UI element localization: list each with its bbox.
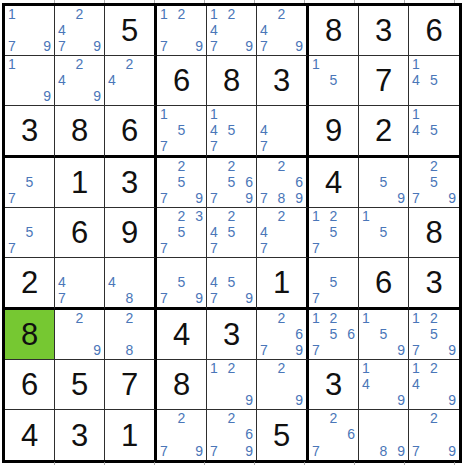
candidate-7: 7: [312, 240, 326, 255]
candidate-4: [362, 427, 376, 443]
candidate-6: [341, 274, 355, 289]
pencil-marks: 2357: [157, 208, 206, 257]
candidate-1: 1: [210, 7, 224, 22]
pencil-marks: 579: [157, 258, 206, 307]
candidate-3: 3: [189, 209, 203, 224]
cell-r7c8[interactable]: 159: [359, 310, 409, 360]
candidate-1: [108, 259, 122, 274]
cell-r1c4[interactable]: 1279: [157, 6, 207, 56]
cell-r2c5[interactable]: 8: [207, 56, 257, 106]
cell-r6c1[interactable]: 2: [5, 258, 55, 310]
candidate-9: 9: [441, 392, 456, 407]
candidate-8: [72, 290, 86, 305]
candidate-1: [160, 411, 174, 427]
candidate-3: [289, 209, 303, 224]
candidate-9: [341, 442, 355, 458]
candidate-9: 9: [37, 38, 51, 53]
cell-r3c8[interactable]: 2: [359, 106, 409, 158]
candidate-9: 9: [391, 392, 405, 407]
cell-r4c3[interactable]: 3: [105, 158, 157, 208]
candidate-5: 5: [224, 122, 238, 137]
candidate-5: 5: [174, 174, 188, 189]
cell-r7c1[interactable]: 8: [5, 310, 55, 360]
pencil-marks: 19: [5, 56, 54, 105]
candidate-7: 7: [160, 38, 174, 53]
candidate-1: [210, 259, 224, 274]
candidate-7: 7: [412, 442, 427, 458]
candidate-6: [37, 224, 51, 239]
candidate-9: [341, 290, 355, 305]
cell-r4c6[interactable]: 26789: [257, 158, 309, 208]
candidate-5: [274, 224, 288, 239]
candidate-8: [174, 442, 188, 458]
candidate-8: [326, 442, 340, 458]
cell-r5c9[interactable]: 8: [409, 208, 459, 258]
candidate-2: 2: [174, 159, 188, 174]
cell-r2c6[interactable]: 3: [257, 56, 309, 106]
cell-r4c8[interactable]: 59: [359, 158, 409, 208]
candidate-2: [174, 107, 188, 122]
candidate-1: 1: [210, 107, 224, 122]
candidate-9: [341, 342, 355, 357]
pencil-marks: 267: [309, 410, 358, 460]
candidate-3: [391, 209, 405, 224]
solved-digit: 1: [121, 420, 138, 451]
cell-r2c7[interactable]: 15: [309, 56, 359, 106]
candidate-9: 9: [239, 392, 253, 407]
candidate-5: 5: [224, 224, 238, 239]
solved-digit: 9: [121, 217, 138, 248]
candidate-3: [289, 107, 303, 122]
solved-digit: 2: [375, 115, 392, 146]
cell-r9c3[interactable]: 1: [105, 410, 157, 460]
candidate-4: 4: [58, 274, 72, 289]
candidate-6: [441, 72, 456, 87]
pencil-marks: 2457: [207, 208, 256, 257]
candidate-6: [87, 326, 101, 341]
candidate-1: 1: [210, 361, 224, 376]
pencil-marks: 2679: [207, 410, 256, 460]
candidate-6: [391, 224, 405, 239]
candidate-5: [376, 427, 390, 443]
candidate-9: 9: [239, 38, 253, 53]
solved-digit: 3: [223, 319, 240, 350]
candidate-2: [376, 361, 390, 376]
candidate-7: 7: [58, 38, 72, 53]
candidate-9: 9: [189, 442, 203, 458]
candidate-7: 7: [8, 240, 22, 255]
candidate-7: 7: [210, 138, 224, 153]
candidate-9: 9: [239, 190, 253, 205]
candidate-8: [427, 88, 442, 103]
candidate-8: [122, 88, 136, 103]
candidate-2: [376, 159, 390, 174]
candidate-6: [189, 122, 203, 137]
candidate-6: [239, 22, 253, 37]
cell-r9c9[interactable]: 279: [409, 410, 459, 460]
cell-r5c5[interactable]: 2457: [207, 208, 257, 258]
cell-r5c8[interactable]: 15: [359, 208, 409, 258]
candidate-4: [362, 224, 376, 239]
candidate-1: [108, 311, 122, 326]
cell-r4c9[interactable]: 2579: [409, 158, 459, 208]
candidate-1: 1: [160, 107, 174, 122]
cell-r8c5[interactable]: 129: [207, 360, 257, 410]
candidate-8: [376, 342, 390, 357]
candidate-7: [362, 190, 376, 205]
candidate-6: 6: [289, 174, 303, 189]
candidate-2: 2: [274, 7, 288, 22]
cell-r4c4[interactable]: 2579: [157, 158, 207, 208]
candidate-7: 7: [260, 190, 274, 205]
candidate-2: [224, 107, 238, 122]
candidate-3: [37, 159, 51, 174]
candidate-8: [427, 138, 442, 153]
candidate-4: 4: [108, 72, 122, 87]
cell-r7c2[interactable]: 29: [55, 310, 105, 360]
candidate-8: [22, 190, 36, 205]
candidate-7: [362, 442, 376, 458]
cell-r6c9[interactable]: 3: [409, 258, 459, 310]
cell-r5c7[interactable]: 1257: [309, 208, 359, 258]
pencil-marks: 48: [105, 258, 154, 307]
cell-r8c7[interactable]: 3: [309, 360, 359, 410]
candidate-5: [22, 72, 36, 87]
candidate-2: 2: [326, 209, 340, 224]
candidate-7: 7: [160, 442, 174, 458]
candidate-9: [441, 138, 456, 153]
cell-r2c8[interactable]: 7: [359, 56, 409, 106]
cell-r7c4[interactable]: 4: [157, 310, 207, 360]
sudoku-board: 1792479512791247924798361924924683157145…: [2, 3, 462, 463]
candidate-9: 9: [87, 88, 101, 103]
candidate-4: [362, 174, 376, 189]
candidate-4: [160, 427, 174, 443]
cell-r7c9[interactable]: 12579: [409, 310, 459, 360]
candidate-4: [210, 174, 224, 189]
pencil-marks: 2579: [157, 158, 206, 207]
solved-digit: 8: [223, 65, 240, 96]
pencil-marks: 2479: [55, 6, 104, 55]
candidate-6: [87, 72, 101, 87]
candidate-8: [224, 38, 238, 53]
pencil-marks: 89: [359, 410, 408, 460]
candidate-9: [189, 138, 203, 153]
cell-r3c6[interactable]: 47: [257, 106, 309, 158]
cell-r8c3[interactable]: 7: [105, 360, 157, 410]
candidate-4: 4: [58, 22, 72, 37]
candidate-4: 4: [210, 274, 224, 289]
candidate-3: [87, 311, 101, 326]
cell-r2c4[interactable]: 6: [157, 56, 207, 106]
candidate-6: [189, 427, 203, 443]
cell-r5c2[interactable]: 6: [55, 208, 105, 258]
candidate-6: [289, 376, 303, 391]
candidate-1: 1: [362, 209, 376, 224]
candidate-1: [362, 159, 376, 174]
solved-digit: 5: [121, 15, 138, 46]
cell-r1c9[interactable]: 6: [409, 6, 459, 56]
solved-digit: 8: [21, 319, 38, 350]
cell-r6c4[interactable]: 579: [157, 258, 207, 310]
candidate-6: 6: [341, 427, 355, 443]
candidate-3: [37, 7, 51, 22]
candidate-5: 5: [326, 326, 340, 341]
cell-r3c7[interactable]: 9: [309, 106, 359, 158]
cell-r9c6[interactable]: 5: [257, 410, 309, 460]
candidate-9: [239, 240, 253, 255]
cell-r3c3[interactable]: 6: [105, 106, 157, 158]
pencil-marks: 59: [359, 158, 408, 207]
candidate-5: 5: [376, 174, 390, 189]
cell-r3c2[interactable]: 8: [55, 106, 105, 158]
candidate-8: [274, 342, 288, 357]
cell-r5c6[interactable]: 247: [257, 208, 309, 258]
candidate-2: [376, 209, 390, 224]
candidate-3: [239, 259, 253, 274]
pencil-marks: 29: [257, 360, 306, 409]
cell-r6c5[interactable]: 4579: [207, 258, 257, 310]
candidate-3: [189, 159, 203, 174]
candidate-1: 1: [362, 311, 376, 326]
cell-r4c2[interactable]: 1: [55, 158, 105, 208]
candidate-8: [376, 240, 390, 255]
cell-r2c2[interactable]: 249: [55, 56, 105, 106]
candidate-9: [289, 138, 303, 153]
candidate-2: 2: [224, 7, 238, 22]
candidate-9: [137, 342, 151, 357]
cell-r9c5[interactable]: 2679: [207, 410, 257, 460]
cell-r8c9[interactable]: 1249: [409, 360, 459, 410]
candidate-5: [174, 427, 188, 443]
candidate-3: [289, 361, 303, 376]
candidate-6: [239, 274, 253, 289]
cell-r3c5[interactable]: 1457: [207, 106, 257, 158]
cell-r7c5[interactable]: 3: [207, 310, 257, 360]
pencil-marks: 47: [55, 258, 104, 307]
candidate-9: 9: [189, 38, 203, 53]
cell-r9c7[interactable]: 267: [309, 410, 359, 460]
candidate-3: [189, 411, 203, 427]
cell-r6c7[interactable]: 57: [309, 258, 359, 310]
cell-r6c8[interactable]: 6: [359, 258, 409, 310]
candidate-9: 9: [289, 392, 303, 407]
cell-r1c6[interactable]: 2479: [257, 6, 309, 56]
cell-r1c7[interactable]: 8: [309, 6, 359, 56]
candidate-7: [362, 240, 376, 255]
candidate-6: [441, 122, 456, 137]
candidate-2: [22, 57, 36, 72]
pencil-marks: 279: [157, 410, 206, 460]
cell-r6c6[interactable]: 1: [257, 258, 309, 310]
candidate-7: 7: [312, 290, 326, 305]
candidate-2: 2: [122, 57, 136, 72]
cell-r1c1[interactable]: 179: [5, 6, 55, 56]
candidate-6: [87, 274, 101, 289]
candidate-7: 7: [210, 442, 224, 458]
candidate-1: [412, 411, 427, 427]
candidate-7: 7: [312, 442, 326, 458]
candidate-4: [108, 326, 122, 341]
pencil-marks: 145: [409, 106, 459, 155]
cell-r9c4[interactable]: 279: [157, 410, 207, 460]
pencil-marks: 247: [257, 208, 306, 257]
cell-r1c3[interactable]: 5: [105, 6, 157, 56]
candidate-3: [239, 361, 253, 376]
candidate-2: 2: [326, 311, 340, 326]
cell-r1c5[interactable]: 12479: [207, 6, 257, 56]
candidate-5: [224, 376, 238, 391]
solved-digit: 6: [121, 115, 138, 146]
pencil-marks: 1457: [207, 106, 256, 155]
pencil-marks: 157: [157, 106, 206, 155]
candidate-1: [260, 107, 274, 122]
cell-r8c6[interactable]: 29: [257, 360, 309, 410]
candidate-1: [8, 209, 22, 224]
candidate-8: [174, 190, 188, 205]
cell-r9c8[interactable]: 89: [359, 410, 409, 460]
candidate-1: 1: [362, 361, 376, 376]
cell-r3c9[interactable]: 145: [409, 106, 459, 158]
pencil-marks: 25679: [207, 158, 256, 207]
pencil-marks: 47: [257, 106, 306, 155]
cell-r2c9[interactable]: 145: [409, 56, 459, 106]
cell-r5c4[interactable]: 2357: [157, 208, 207, 258]
cell-r5c3[interactable]: 9: [105, 208, 157, 258]
candidate-3: [289, 311, 303, 326]
candidate-3: [441, 159, 456, 174]
cell-r1c8[interactable]: 3: [359, 6, 409, 56]
solved-digit: 3: [425, 267, 442, 298]
solved-digit: 3: [273, 65, 290, 96]
candidate-3: [137, 311, 151, 326]
candidate-2: 2: [274, 311, 288, 326]
candidate-8: [427, 392, 442, 407]
solved-digit: 8: [425, 217, 442, 248]
candidate-7: 7: [160, 290, 174, 305]
candidate-8: [427, 442, 442, 458]
cell-r7c6[interactable]: 2679: [257, 310, 309, 360]
candidate-1: 1: [412, 57, 427, 72]
pencil-marks: 24: [105, 56, 154, 105]
cell-r5c1[interactable]: 57: [5, 208, 55, 258]
candidate-1: [160, 159, 174, 174]
cell-r4c1[interactable]: 57: [5, 158, 55, 208]
candidate-7: 7: [8, 38, 22, 53]
candidate-8: [427, 190, 442, 205]
candidate-1: [58, 311, 72, 326]
candidate-8: [274, 240, 288, 255]
cell-r8c4[interactable]: 8: [157, 360, 207, 410]
pencil-marks: 249: [55, 56, 104, 105]
cell-r3c4[interactable]: 157: [157, 106, 207, 158]
candidate-4: [412, 427, 427, 443]
candidate-4: [8, 224, 22, 239]
pencil-marks: 2479: [257, 6, 306, 55]
cell-r1c2[interactable]: 2479: [55, 6, 105, 56]
candidate-3: [137, 259, 151, 274]
candidate-4: [312, 326, 326, 341]
cell-r9c2[interactable]: 3: [55, 410, 105, 460]
candidate-6: 6: [239, 174, 253, 189]
candidate-3: [391, 411, 405, 427]
candidate-6: [441, 376, 456, 391]
candidate-3: [341, 209, 355, 224]
candidate-1: [312, 411, 326, 427]
candidate-8: [22, 38, 36, 53]
pencil-marks: 159: [359, 310, 408, 359]
candidate-6: [189, 174, 203, 189]
candidate-3: [341, 259, 355, 274]
cell-r2c3[interactable]: 24: [105, 56, 157, 106]
candidate-1: 1: [160, 7, 174, 22]
cell-r4c7[interactable]: 4: [309, 158, 359, 208]
pencil-marks: 15: [359, 208, 408, 257]
cell-r8c2[interactable]: 5: [55, 360, 105, 410]
candidate-7: 7: [210, 38, 224, 53]
candidate-4: [8, 72, 22, 87]
pencil-marks: 12567: [309, 310, 358, 359]
candidate-6: [391, 376, 405, 391]
candidate-8: [376, 190, 390, 205]
solved-digit: 1: [71, 167, 88, 198]
cell-r9c1[interactable]: 4: [5, 410, 55, 460]
candidate-7: [58, 342, 72, 357]
candidate-3: [189, 259, 203, 274]
candidate-2: [22, 209, 36, 224]
candidate-5: 5: [224, 274, 238, 289]
candidate-8: [376, 392, 390, 407]
candidate-7: 7: [160, 138, 174, 153]
candidate-6: [137, 72, 151, 87]
candidate-4: 4: [412, 72, 427, 87]
candidate-6: 6: [239, 427, 253, 443]
cell-r8c8[interactable]: 149: [359, 360, 409, 410]
candidate-4: 4: [210, 122, 224, 137]
candidate-7: [210, 392, 224, 407]
cell-r7c7[interactable]: 12567: [309, 310, 359, 360]
candidate-7: [362, 392, 376, 407]
candidate-4: [362, 326, 376, 341]
candidate-1: [260, 159, 274, 174]
candidate-3: [441, 411, 456, 427]
candidate-2: 2: [224, 209, 238, 224]
candidate-9: 9: [441, 190, 456, 205]
cell-r3c1[interactable]: 3: [5, 106, 55, 158]
pencil-marks: 15: [309, 56, 358, 105]
candidate-1: [58, 259, 72, 274]
cell-r2c1[interactable]: 19: [5, 56, 55, 106]
pencil-marks: 179: [5, 6, 54, 55]
candidate-9: [87, 290, 101, 305]
cell-r4c5[interactable]: 25679: [207, 158, 257, 208]
candidate-5: 5: [376, 326, 390, 341]
pencil-marks: 57: [309, 258, 358, 307]
cell-r8c1[interactable]: 6: [5, 360, 55, 410]
candidate-2: 2: [174, 7, 188, 22]
solved-digit: 8: [325, 15, 342, 46]
candidate-1: [260, 7, 274, 22]
solved-digit: 3: [71, 420, 88, 451]
cell-r7c3[interactable]: 28: [105, 310, 157, 360]
candidate-6: [341, 224, 355, 239]
cell-r6c3[interactable]: 48: [105, 258, 157, 310]
candidate-9: 9: [87, 38, 101, 53]
cell-r6c2[interactable]: 47: [55, 258, 105, 310]
candidate-2: [427, 57, 442, 72]
candidate-8: [427, 342, 442, 357]
candidate-6: [391, 427, 405, 443]
